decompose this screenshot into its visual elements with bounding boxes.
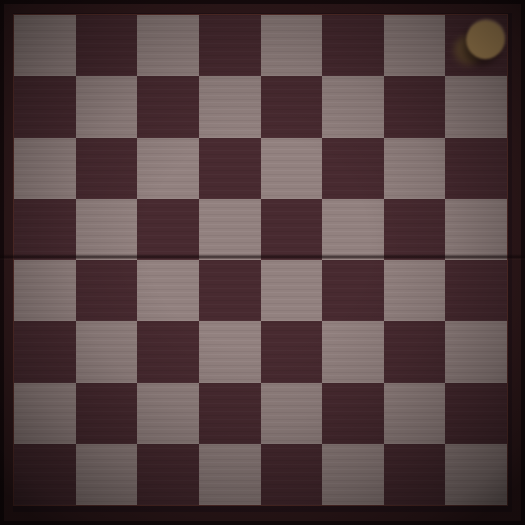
square-f6[interactable] bbox=[322, 138, 384, 199]
square-h2[interactable] bbox=[445, 383, 507, 444]
square-g6[interactable] bbox=[384, 138, 446, 199]
square-e8[interactable] bbox=[261, 15, 323, 76]
square-e7[interactable] bbox=[261, 76, 323, 137]
square-a5[interactable] bbox=[14, 199, 76, 260]
square-d1[interactable] bbox=[199, 444, 261, 505]
board-fold-seam bbox=[0, 254, 525, 260]
square-b5[interactable] bbox=[76, 199, 138, 260]
square-h5[interactable] bbox=[445, 199, 507, 260]
square-e3[interactable] bbox=[261, 321, 323, 382]
square-g5[interactable] bbox=[384, 199, 446, 260]
square-a7[interactable] bbox=[14, 76, 76, 137]
square-c6[interactable] bbox=[137, 138, 199, 199]
square-b7[interactable] bbox=[76, 76, 138, 137]
square-e4[interactable] bbox=[261, 260, 323, 321]
square-e2[interactable] bbox=[261, 383, 323, 444]
square-b4[interactable] bbox=[76, 260, 138, 321]
square-c4[interactable] bbox=[137, 260, 199, 321]
square-b8[interactable] bbox=[76, 15, 138, 76]
square-a4[interactable] bbox=[14, 260, 76, 321]
square-c2[interactable] bbox=[137, 383, 199, 444]
square-g4[interactable] bbox=[384, 260, 446, 321]
playing-area bbox=[14, 15, 507, 505]
square-e6[interactable] bbox=[261, 138, 323, 199]
square-f4[interactable] bbox=[322, 260, 384, 321]
square-d3[interactable] bbox=[199, 321, 261, 382]
square-a6[interactable] bbox=[14, 138, 76, 199]
square-e1[interactable] bbox=[261, 444, 323, 505]
square-g1[interactable] bbox=[384, 444, 446, 505]
square-d5[interactable] bbox=[199, 199, 261, 260]
square-f1[interactable] bbox=[322, 444, 384, 505]
square-b6[interactable] bbox=[76, 138, 138, 199]
square-h4[interactable] bbox=[445, 260, 507, 321]
pawn-top-glyph: ● bbox=[466, 17, 504, 55]
square-h7[interactable] bbox=[445, 76, 507, 137]
square-c5[interactable] bbox=[137, 199, 199, 260]
square-g8[interactable] bbox=[384, 15, 446, 76]
square-h1[interactable] bbox=[445, 444, 507, 505]
square-f5[interactable] bbox=[322, 199, 384, 260]
square-b2[interactable] bbox=[76, 383, 138, 444]
square-a2[interactable] bbox=[14, 383, 76, 444]
square-f3[interactable] bbox=[322, 321, 384, 382]
square-g7[interactable] bbox=[384, 76, 446, 137]
square-d6[interactable] bbox=[199, 138, 261, 199]
white-pawn[interactable]: ● bbox=[445, 15, 507, 76]
square-c3[interactable] bbox=[137, 321, 199, 382]
square-e5[interactable] bbox=[261, 199, 323, 260]
square-h3[interactable] bbox=[445, 321, 507, 382]
square-d7[interactable] bbox=[199, 76, 261, 137]
square-f7[interactable] bbox=[322, 76, 384, 137]
square-c1[interactable] bbox=[137, 444, 199, 505]
square-h6[interactable] bbox=[445, 138, 507, 199]
square-c7[interactable] bbox=[137, 76, 199, 137]
square-d8[interactable] bbox=[199, 15, 261, 76]
square-a8[interactable] bbox=[14, 15, 76, 76]
square-a3[interactable] bbox=[14, 321, 76, 382]
chessboard-photo: ● bbox=[0, 0, 525, 525]
square-f2[interactable] bbox=[322, 383, 384, 444]
square-b3[interactable] bbox=[76, 321, 138, 382]
square-b1[interactable] bbox=[76, 444, 138, 505]
square-d4[interactable] bbox=[199, 260, 261, 321]
board-frame: ● bbox=[0, 0, 525, 525]
square-c8[interactable] bbox=[137, 15, 199, 76]
square-a1[interactable] bbox=[14, 444, 76, 505]
square-g2[interactable] bbox=[384, 383, 446, 444]
square-g3[interactable] bbox=[384, 321, 446, 382]
square-d2[interactable] bbox=[199, 383, 261, 444]
square-f8[interactable] bbox=[322, 15, 384, 76]
